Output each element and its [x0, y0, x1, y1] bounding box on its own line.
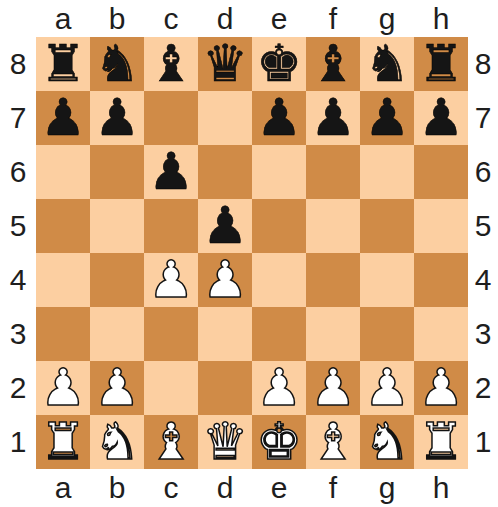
square-f8[interactable]: ♝: [306, 37, 360, 91]
white-pawn[interactable]: ♟: [414, 361, 468, 415]
square-e1[interactable]: ♚: [252, 415, 306, 469]
black-rook[interactable]: ♜: [36, 37, 90, 91]
white-pawn[interactable]: ♟: [360, 361, 414, 415]
black-pawn[interactable]: ♟: [198, 199, 252, 253]
black-knight[interactable]: ♞: [360, 37, 414, 91]
rank-label-8: 8: [10, 47, 27, 81]
square-e7[interactable]: ♟: [252, 91, 306, 145]
white-bishop[interactable]: ♝: [306, 415, 360, 469]
black-pawn[interactable]: ♟: [252, 91, 306, 145]
black-pawn[interactable]: ♟: [144, 145, 198, 199]
square-e5[interactable]: [252, 199, 306, 253]
file-label-e: e: [252, 2, 306, 36]
rank-labels-left: 87654321: [0, 37, 36, 469]
square-h4[interactable]: [414, 253, 468, 307]
file-label-g: g: [360, 2, 414, 36]
square-f3[interactable]: [306, 307, 360, 361]
white-pawn[interactable]: ♟: [198, 253, 252, 307]
chess-diagram: abcdefgh 87654321 ♜♞♝♛♚♝♞♜♟♟♟♟♟♟♟♟♟♟♟♟♟♟…: [0, 0, 498, 507]
rank-label-5: 5: [475, 209, 492, 243]
file-label-a: a: [36, 2, 90, 36]
white-rook[interactable]: ♜: [414, 415, 468, 469]
square-e8[interactable]: ♚: [252, 37, 306, 91]
rank-label-4: 4: [475, 263, 492, 297]
file-label-b: b: [90, 471, 144, 505]
rank-label-6: 6: [475, 155, 492, 189]
rank-label-3: 3: [10, 317, 27, 351]
black-pawn[interactable]: ♟: [36, 91, 90, 145]
white-king[interactable]: ♚: [252, 415, 306, 469]
square-b8[interactable]: ♞: [90, 37, 144, 91]
square-g6[interactable]: [360, 145, 414, 199]
rank-label-1: 1: [10, 425, 27, 459]
file-label-b: b: [90, 2, 144, 36]
square-c8[interactable]: ♝: [144, 37, 198, 91]
white-queen[interactable]: ♛: [198, 415, 252, 469]
square-e2[interactable]: ♟: [252, 361, 306, 415]
square-d4[interactable]: ♟: [198, 253, 252, 307]
black-pawn[interactable]: ♟: [90, 91, 144, 145]
square-e6[interactable]: [252, 145, 306, 199]
square-b5[interactable]: [90, 199, 144, 253]
square-g8[interactable]: ♞: [360, 37, 414, 91]
rank-label-5: 5: [10, 209, 27, 243]
square-a7[interactable]: ♟: [36, 91, 90, 145]
black-pawn[interactable]: ♟: [414, 91, 468, 145]
square-f6[interactable]: [306, 145, 360, 199]
square-a6[interactable]: [36, 145, 90, 199]
square-d6[interactable]: [198, 145, 252, 199]
black-king[interactable]: ♚: [252, 37, 306, 91]
square-a3[interactable]: [36, 307, 90, 361]
black-bishop[interactable]: ♝: [306, 37, 360, 91]
file-label-h: h: [414, 471, 468, 505]
file-label-a: a: [36, 471, 90, 505]
square-f2[interactable]: ♟: [306, 361, 360, 415]
file-labels-bottom: abcdefgh: [36, 469, 468, 507]
square-a1[interactable]: ♜: [36, 415, 90, 469]
square-b1[interactable]: ♞: [90, 415, 144, 469]
rank-labels-right: 87654321: [468, 37, 498, 469]
rank-label-1: 1: [475, 425, 492, 459]
square-d2[interactable]: [198, 361, 252, 415]
square-c1[interactable]: ♝: [144, 415, 198, 469]
file-label-d: d: [198, 2, 252, 36]
black-queen[interactable]: ♛: [198, 37, 252, 91]
square-b7[interactable]: ♟: [90, 91, 144, 145]
square-h7[interactable]: ♟: [414, 91, 468, 145]
black-pawn[interactable]: ♟: [306, 91, 360, 145]
square-d3[interactable]: [198, 307, 252, 361]
square-g3[interactable]: [360, 307, 414, 361]
square-a2[interactable]: ♟: [36, 361, 90, 415]
square-f1[interactable]: ♝: [306, 415, 360, 469]
square-h1[interactable]: ♜: [414, 415, 468, 469]
white-pawn[interactable]: ♟: [36, 361, 90, 415]
file-label-c: c: [144, 471, 198, 505]
square-d7[interactable]: [198, 91, 252, 145]
square-g5[interactable]: [360, 199, 414, 253]
rank-label-6: 6: [10, 155, 27, 189]
rank-label-7: 7: [475, 101, 492, 135]
black-knight[interactable]: ♞: [90, 37, 144, 91]
square-c4[interactable]: ♟: [144, 253, 198, 307]
square-h2[interactable]: ♟: [414, 361, 468, 415]
square-g4[interactable]: [360, 253, 414, 307]
square-f7[interactable]: ♟: [306, 91, 360, 145]
rank-label-2: 2: [10, 371, 27, 405]
file-label-f: f: [306, 2, 360, 36]
square-h3[interactable]: [414, 307, 468, 361]
square-d1[interactable]: ♛: [198, 415, 252, 469]
square-g2[interactable]: ♟: [360, 361, 414, 415]
file-label-f: f: [306, 471, 360, 505]
square-h8[interactable]: ♜: [414, 37, 468, 91]
square-h5[interactable]: [414, 199, 468, 253]
file-label-h: h: [414, 2, 468, 36]
square-d8[interactable]: ♛: [198, 37, 252, 91]
rank-label-7: 7: [10, 101, 27, 135]
white-pawn[interactable]: ♟: [252, 361, 306, 415]
white-pawn[interactable]: ♟: [306, 361, 360, 415]
black-rook[interactable]: ♜: [414, 37, 468, 91]
square-a5[interactable]: [36, 199, 90, 253]
rank-label-2: 2: [475, 371, 492, 405]
file-label-c: c: [144, 2, 198, 36]
file-label-d: d: [198, 471, 252, 505]
file-labels-top: abcdefgh: [36, 0, 468, 37]
square-a8[interactable]: ♜: [36, 37, 90, 91]
file-label-e: e: [252, 471, 306, 505]
white-rook[interactable]: ♜: [36, 415, 90, 469]
square-a4[interactable]: [36, 253, 90, 307]
black-pawn[interactable]: ♟: [360, 91, 414, 145]
square-c5[interactable]: [144, 199, 198, 253]
square-b6[interactable]: [90, 145, 144, 199]
white-knight[interactable]: ♞: [360, 415, 414, 469]
square-c6[interactable]: ♟: [144, 145, 198, 199]
square-b2[interactable]: ♟: [90, 361, 144, 415]
white-knight[interactable]: ♞: [90, 415, 144, 469]
rank-label-8: 8: [475, 47, 492, 81]
white-pawn[interactable]: ♟: [90, 361, 144, 415]
chess-board: ♜♞♝♛♚♝♞♜♟♟♟♟♟♟♟♟♟♟♟♟♟♟♟♟♜♞♝♛♚♝♞♜: [36, 37, 468, 469]
square-e3[interactable]: [252, 307, 306, 361]
square-g1[interactable]: ♞: [360, 415, 414, 469]
rank-label-4: 4: [10, 263, 27, 297]
square-f5[interactable]: [306, 199, 360, 253]
square-b4[interactable]: [90, 253, 144, 307]
square-c2[interactable]: [144, 361, 198, 415]
square-c3[interactable]: [144, 307, 198, 361]
rank-label-3: 3: [475, 317, 492, 351]
square-f4[interactable]: [306, 253, 360, 307]
square-d5[interactable]: ♟: [198, 199, 252, 253]
square-b3[interactable]: [90, 307, 144, 361]
square-c7[interactable]: [144, 91, 198, 145]
white-pawn[interactable]: ♟: [144, 253, 198, 307]
square-g7[interactable]: ♟: [360, 91, 414, 145]
square-h6[interactable]: [414, 145, 468, 199]
square-e4[interactable]: [252, 253, 306, 307]
black-bishop[interactable]: ♝: [144, 37, 198, 91]
file-label-g: g: [360, 471, 414, 505]
white-bishop[interactable]: ♝: [144, 415, 198, 469]
